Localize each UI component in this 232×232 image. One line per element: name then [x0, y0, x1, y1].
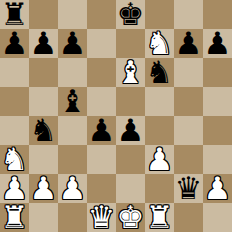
- square-h5[interactable]: [203, 87, 232, 116]
- square-e1[interactable]: ♚: [116, 203, 145, 232]
- piece-black-queen[interactable]: ♛: [175, 174, 203, 203]
- chess-board: ♜♚♟♟♟♞♟♟♝♞♝♞♟♟♞♟♟♟♟♛♟♜♛♚♜: [0, 0, 232, 232]
- piece-white-pawn[interactable]: ♟: [59, 174, 87, 203]
- square-e3[interactable]: [116, 145, 145, 174]
- piece-white-queen[interactable]: ♛: [88, 203, 116, 232]
- square-b4[interactable]: ♞: [29, 116, 58, 145]
- square-c7[interactable]: ♟: [58, 29, 87, 58]
- square-g5[interactable]: [174, 87, 203, 116]
- square-f6[interactable]: ♞: [145, 58, 174, 87]
- square-h6[interactable]: [203, 58, 232, 87]
- square-g6[interactable]: [174, 58, 203, 87]
- square-g1[interactable]: [174, 203, 203, 232]
- square-b6[interactable]: [29, 58, 58, 87]
- piece-white-bishop[interactable]: ♝: [117, 58, 145, 87]
- square-d3[interactable]: [87, 145, 116, 174]
- square-e8[interactable]: ♚: [116, 0, 145, 29]
- piece-white-pawn[interactable]: ♟: [30, 174, 58, 203]
- square-f1[interactable]: ♜: [145, 203, 174, 232]
- piece-black-pawn[interactable]: ♟: [175, 29, 203, 58]
- piece-white-rook[interactable]: ♜: [1, 203, 29, 232]
- piece-black-pawn[interactable]: ♟: [59, 29, 87, 58]
- piece-black-pawn[interactable]: ♟: [204, 29, 232, 58]
- square-d1[interactable]: ♛: [87, 203, 116, 232]
- square-f5[interactable]: [145, 87, 174, 116]
- square-c5[interactable]: ♝: [58, 87, 87, 116]
- square-c2[interactable]: ♟: [58, 174, 87, 203]
- square-a7[interactable]: ♟: [0, 29, 29, 58]
- square-d6[interactable]: [87, 58, 116, 87]
- square-c1[interactable]: [58, 203, 87, 232]
- square-a1[interactable]: ♜: [0, 203, 29, 232]
- square-h2[interactable]: ♟: [203, 174, 232, 203]
- square-h7[interactable]: ♟: [203, 29, 232, 58]
- square-c4[interactable]: [58, 116, 87, 145]
- square-f3[interactable]: ♟: [145, 145, 174, 174]
- square-b2[interactable]: ♟: [29, 174, 58, 203]
- square-g7[interactable]: ♟: [174, 29, 203, 58]
- piece-black-bishop[interactable]: ♝: [59, 87, 87, 116]
- square-b1[interactable]: [29, 203, 58, 232]
- square-d7[interactable]: [87, 29, 116, 58]
- piece-black-pawn[interactable]: ♟: [30, 29, 58, 58]
- piece-black-pawn[interactable]: ♟: [117, 116, 145, 145]
- piece-black-pawn[interactable]: ♟: [1, 29, 29, 58]
- square-a5[interactable]: [0, 87, 29, 116]
- square-b7[interactable]: ♟: [29, 29, 58, 58]
- square-a6[interactable]: [0, 58, 29, 87]
- square-g4[interactable]: [174, 116, 203, 145]
- square-g2[interactable]: ♛: [174, 174, 203, 203]
- square-d8[interactable]: [87, 0, 116, 29]
- piece-white-pawn[interactable]: ♟: [204, 174, 232, 203]
- square-e6[interactable]: ♝: [116, 58, 145, 87]
- piece-white-pawn[interactable]: ♟: [146, 145, 174, 174]
- square-d4[interactable]: ♟: [87, 116, 116, 145]
- square-e4[interactable]: ♟: [116, 116, 145, 145]
- square-h4[interactable]: [203, 116, 232, 145]
- piece-black-king[interactable]: ♚: [117, 0, 145, 29]
- piece-black-pawn[interactable]: ♟: [88, 116, 116, 145]
- piece-black-knight[interactable]: ♞: [30, 116, 58, 145]
- piece-white-rook[interactable]: ♜: [146, 203, 174, 232]
- square-h1[interactable]: [203, 203, 232, 232]
- piece-white-king[interactable]: ♚: [117, 203, 145, 232]
- piece-black-knight[interactable]: ♞: [146, 58, 174, 87]
